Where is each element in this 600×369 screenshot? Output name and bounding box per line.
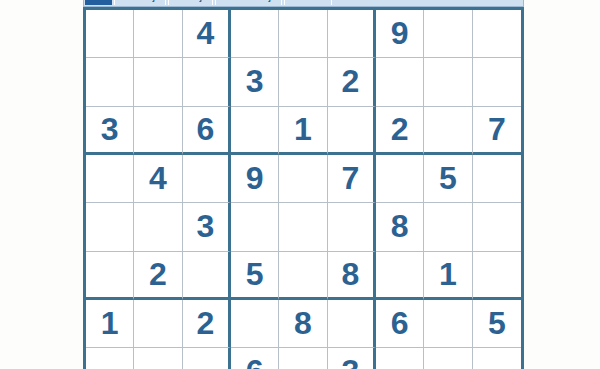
sudoku-cell-r8c7[interactable]	[376, 348, 424, 369]
sudoku-cell-r2c1[interactable]	[86, 58, 134, 106]
sudoku-grid: 49323612749753825811286563	[83, 7, 524, 369]
sudoku-cell-r3c4[interactable]	[231, 107, 279, 155]
sudoku-cell-r3c1[interactable]: 3	[86, 107, 134, 155]
sudoku-cell-r2c3[interactable]	[183, 58, 231, 106]
sudoku-cell-r5c8[interactable]	[424, 203, 472, 251]
sudoku-cell-r6c5[interactable]	[279, 252, 327, 300]
tab-bar-clip: MixMakkelijkMoeilijkZeer moeilijkExtreem	[83, 0, 524, 7]
sudoku-cell-r7c3[interactable]: 2	[183, 300, 231, 348]
tab-makkelijk[interactable]: Makkelijk	[114, 0, 166, 5]
sudoku-cell-r1c4[interactable]	[231, 10, 279, 58]
sudoku-cell-r7c7[interactable]: 6	[376, 300, 424, 348]
sudoku-cell-r6c3[interactable]	[183, 252, 231, 300]
sudoku-cell-r8c3[interactable]	[183, 348, 231, 369]
sudoku-cell-r5c9[interactable]	[473, 203, 521, 251]
sudoku-cell-r7c9[interactable]: 5	[473, 300, 521, 348]
sudoku-cell-r1c8[interactable]	[424, 10, 472, 58]
sudoku-cell-r5c5[interactable]	[279, 203, 327, 251]
sudoku-cell-r8c6[interactable]: 3	[328, 348, 376, 369]
page: MixMakkelijkMoeilijkZeer moeilijkExtreem…	[0, 0, 600, 369]
sudoku-cell-r3c7[interactable]: 2	[376, 107, 424, 155]
sudoku-cell-r1c7[interactable]: 9	[376, 10, 424, 58]
sudoku-cell-r4c5[interactable]	[279, 155, 327, 203]
sudoku-cell-r6c7[interactable]	[376, 252, 424, 300]
sudoku-cell-r2c9[interactable]	[473, 58, 521, 106]
sudoku-cell-r2c7[interactable]	[376, 58, 424, 106]
tab-zeer-moeilijk[interactable]: Zeer moeilijk	[215, 0, 282, 5]
sudoku-cell-r7c2[interactable]	[134, 300, 182, 348]
sudoku-cell-r8c1[interactable]	[86, 348, 134, 369]
sudoku-cell-r3c8[interactable]	[424, 107, 472, 155]
sudoku-cell-r8c4[interactable]: 6	[231, 348, 279, 369]
sudoku-cell-r4c3[interactable]	[183, 155, 231, 203]
sudoku-cell-r5c2[interactable]	[134, 203, 182, 251]
sudoku-cell-r2c4[interactable]: 3	[231, 58, 279, 106]
sudoku-cell-r4c4[interactable]: 9	[231, 155, 279, 203]
sudoku-cell-r8c8[interactable]	[424, 348, 472, 369]
sudoku-cell-r2c8[interactable]	[424, 58, 472, 106]
sudoku-cell-r1c9[interactable]	[473, 10, 521, 58]
sudoku-cell-r5c3[interactable]: 3	[183, 203, 231, 251]
sudoku-cell-r5c7[interactable]: 8	[376, 203, 424, 251]
sudoku-cell-r3c5[interactable]: 1	[279, 107, 327, 155]
sudoku-cell-r4c2[interactable]: 4	[134, 155, 182, 203]
tab-mix[interactable]: Mix	[85, 0, 112, 5]
sudoku-cell-r6c6[interactable]: 8	[328, 252, 376, 300]
sudoku-cell-r7c5[interactable]: 8	[279, 300, 327, 348]
sudoku-cell-r1c6[interactable]	[328, 10, 376, 58]
sudoku-cell-r7c1[interactable]: 1	[86, 300, 134, 348]
sudoku-cell-r1c1[interactable]	[86, 10, 134, 58]
sudoku-cell-r7c8[interactable]	[424, 300, 472, 348]
sudoku-cell-r4c9[interactable]	[473, 155, 521, 203]
tab-moeilijk[interactable]: Moeilijk	[168, 0, 213, 5]
sudoku-cell-r6c1[interactable]	[86, 252, 134, 300]
sudoku-cell-r3c3[interactable]: 6	[183, 107, 231, 155]
sudoku-cell-r7c6[interactable]	[328, 300, 376, 348]
sudoku-cell-r8c9[interactable]	[473, 348, 521, 369]
sudoku-cell-r6c4[interactable]: 5	[231, 252, 279, 300]
sudoku-cell-r8c5[interactable]	[279, 348, 327, 369]
tab-bar: MixMakkelijkMoeilijkZeer moeilijkExtreem	[83, 0, 524, 7]
sudoku-cell-r4c6[interactable]: 7	[328, 155, 376, 203]
sudoku-cell-r2c6[interactable]: 2	[328, 58, 376, 106]
sudoku-cell-r3c2[interactable]	[134, 107, 182, 155]
sudoku-cell-r7c4[interactable]	[231, 300, 279, 348]
tab-extreem[interactable]: Extreem	[284, 0, 332, 5]
sudoku-cell-r3c9[interactable]: 7	[473, 107, 521, 155]
sudoku-cell-r6c8[interactable]: 1	[424, 252, 472, 300]
sudoku-cell-r1c3[interactable]: 4	[183, 10, 231, 58]
sudoku-cell-r4c8[interactable]: 5	[424, 155, 472, 203]
sudoku-cell-r6c9[interactable]	[473, 252, 521, 300]
sudoku-cell-r6c2[interactable]: 2	[134, 252, 182, 300]
sudoku-cell-r5c1[interactable]	[86, 203, 134, 251]
sudoku-cell-r8c2[interactable]	[134, 348, 182, 369]
sudoku-cell-r1c5[interactable]	[279, 10, 327, 58]
sudoku-cell-r4c7[interactable]	[376, 155, 424, 203]
sudoku-cell-r4c1[interactable]	[86, 155, 134, 203]
sudoku-cell-r2c5[interactable]	[279, 58, 327, 106]
sudoku-cell-r1c2[interactable]	[134, 10, 182, 58]
sudoku-cell-r2c2[interactable]	[134, 58, 182, 106]
sudoku-cell-r5c6[interactable]	[328, 203, 376, 251]
sudoku-cell-r3c6[interactable]	[328, 107, 376, 155]
sudoku-cell-r5c4[interactable]	[231, 203, 279, 251]
